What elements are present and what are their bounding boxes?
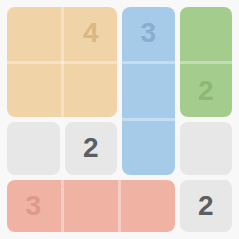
block-cell	[122, 65, 175, 118]
block-cell	[180, 7, 233, 60]
block-cell	[65, 180, 118, 233]
block-cell	[122, 180, 175, 233]
empty-cell-r3c1[interactable]	[7, 122, 60, 175]
clue-number-unsolved: 2	[83, 134, 99, 162]
clue-number-solved: 3	[140, 19, 156, 47]
clue-number-unsolved: 2	[198, 192, 214, 220]
block-cell: 2	[180, 65, 233, 118]
block-subgrid: 3	[7, 180, 175, 233]
puzzle-board: 4 3 2 2	[0, 0, 239, 239]
clue-number-solved: 4	[83, 19, 99, 47]
block-cell	[65, 65, 118, 118]
block-cell: 3	[122, 7, 175, 60]
block-cell: 3	[7, 180, 60, 233]
clue-cell-r3c2[interactable]: 2	[65, 122, 118, 175]
block-subgrid: 2	[180, 7, 233, 117]
block-cell	[122, 122, 175, 175]
block-cell	[7, 7, 60, 60]
block-tan-2x2[interactable]: 4	[7, 7, 117, 117]
block-blue-1x3[interactable]: 3	[122, 7, 175, 175]
block-subgrid: 4	[7, 7, 117, 117]
block-green-1x2[interactable]: 2	[180, 7, 233, 117]
clue-cell-r4c4[interactable]: 2	[180, 180, 233, 233]
block-pink-3x1[interactable]: 3	[7, 180, 175, 233]
clue-number-solved: 3	[25, 192, 41, 220]
block-cell	[7, 65, 60, 118]
clue-number-solved: 2	[198, 77, 214, 105]
block-subgrid: 3	[122, 7, 175, 175]
block-cell: 4	[65, 7, 118, 60]
empty-cell-r3c4[interactable]	[180, 122, 233, 175]
